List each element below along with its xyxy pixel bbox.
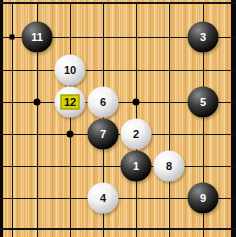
move-number-label: 4 — [100, 192, 106, 205]
move-number-label: 3 — [200, 31, 206, 44]
move-number-label: 6 — [100, 96, 106, 109]
stone-12-white[interactable]: 12 — [55, 87, 86, 118]
move-number-label: 1 — [133, 160, 139, 173]
stone-3-black[interactable]: 3 — [188, 22, 219, 53]
stone-7-black[interactable]: 7 — [88, 119, 119, 150]
stone-10-white[interactable]: 10 — [55, 55, 86, 86]
stone-4-white[interactable]: 4 — [88, 183, 119, 214]
go-board[interactable]: 123456789101112 — [0, 0, 236, 237]
stone-9-black[interactable]: 9 — [188, 183, 219, 214]
board-grid-line-horizontal — [0, 228, 236, 230]
star-point — [133, 99, 140, 106]
star-point — [10, 35, 15, 40]
board-edge-border — [231, 0, 236, 237]
board-grid-line-horizontal — [0, 70, 236, 71]
highlighted-move-number-label: 12 — [61, 95, 79, 110]
move-number-label: 9 — [200, 192, 206, 205]
move-number-label: 2 — [133, 128, 139, 141]
stone-6-white[interactable]: 6 — [88, 87, 119, 118]
stone-2-white[interactable]: 2 — [121, 119, 152, 150]
board-edge-border — [0, 0, 3, 237]
move-number-label: 11 — [31, 31, 43, 44]
stone-5-black[interactable]: 5 — [188, 87, 219, 118]
stone-1-black[interactable]: 1 — [121, 151, 152, 182]
board-grid-line-horizontal — [0, 2, 236, 4]
stone-8-white[interactable]: 8 — [154, 151, 185, 182]
move-number-label: 8 — [166, 160, 172, 173]
move-number-label: 5 — [200, 96, 206, 109]
move-number-label: 7 — [100, 128, 106, 141]
move-number-label: 10 — [64, 64, 76, 77]
board-grid-line-horizontal — [0, 166, 236, 167]
star-point — [34, 99, 41, 106]
star-point — [67, 131, 74, 138]
stone-11-black[interactable]: 11 — [22, 22, 53, 53]
